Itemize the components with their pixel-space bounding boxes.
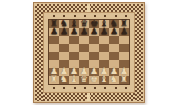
- inlay-dot: [74, 15, 76, 17]
- product-photo-chess-set: Overhead photo of a wooden folding chess…: [0, 0, 175, 105]
- piece-black-pawn: ♟: [90, 27, 98, 36]
- square-f6: [99, 36, 109, 44]
- piece-white-king: ♚: [90, 75, 98, 84]
- inlay-dot: [94, 15, 96, 17]
- hinge-seam-top: [87, 4, 90, 12]
- piece-white-rook: ♜: [120, 75, 128, 84]
- square-b7: ♟: [59, 28, 69, 36]
- square-c5: [69, 44, 79, 52]
- square-d5: [79, 44, 89, 52]
- square-f1: ♝: [99, 76, 109, 84]
- square-f5: [99, 44, 109, 52]
- chess-board: ♜♞♝♛♚♝♞♜♟♟♟♟♟♟♟♟♟♟♟♟♟♟♟♟♜♞♝♛♚♝♞♜: [48, 19, 130, 85]
- square-h6: [119, 36, 129, 44]
- square-e4: [89, 52, 99, 60]
- inlay-dot: [94, 87, 96, 89]
- piece-white-knight: ♞: [110, 75, 118, 84]
- square-e6: [89, 36, 99, 44]
- piece-black-pawn: ♟: [100, 27, 108, 36]
- square-c7: ♟: [69, 28, 79, 36]
- square-e1: ♚: [89, 76, 99, 84]
- piece-white-bishop: ♝: [100, 75, 108, 84]
- square-b6: [59, 36, 69, 44]
- square-b1: ♞: [59, 76, 69, 84]
- piece-black-pawn: ♟: [60, 27, 68, 36]
- square-d6: [79, 36, 89, 44]
- square-b5: [59, 44, 69, 52]
- square-h4: [119, 52, 129, 60]
- inlay-dot: [104, 87, 106, 89]
- chess-board-exterior: ♜♞♝♛♚♝♞♜♟♟♟♟♟♟♟♟♟♟♟♟♟♟♟♟♜♞♝♛♚♝♞♜: [33, 2, 145, 103]
- square-g7: ♟: [109, 28, 119, 36]
- inlay-dot: [104, 15, 106, 17]
- square-g1: ♞: [109, 76, 119, 84]
- square-c1: ♝: [69, 76, 79, 84]
- inlay-dot: [53, 87, 55, 89]
- square-h1: ♜: [119, 76, 129, 84]
- square-b4: [59, 52, 69, 60]
- piece-white-queen: ♛: [80, 75, 88, 84]
- inlay-dot: [53, 15, 55, 17]
- square-h5: [119, 44, 129, 52]
- inlay-dot: [63, 15, 65, 17]
- square-c4: [69, 52, 79, 60]
- square-g5: [109, 44, 119, 52]
- inlay-dot: [115, 87, 117, 89]
- square-e5: [89, 44, 99, 52]
- piece-white-bishop: ♝: [70, 75, 78, 84]
- inlay-dot: [63, 87, 65, 89]
- square-h7: ♟: [119, 28, 129, 36]
- square-a5: [49, 44, 59, 52]
- piece-white-rook: ♜: [50, 75, 58, 84]
- square-d4: [79, 52, 89, 60]
- mosaic-border-left: [35, 4, 43, 101]
- inlay-dot: [125, 15, 127, 17]
- square-a4: [49, 52, 59, 60]
- square-d7: ♟: [79, 28, 89, 36]
- inlay-dot: [74, 87, 76, 89]
- square-f7: ♟: [99, 28, 109, 36]
- mosaic-border-right: [135, 4, 143, 101]
- square-g4: [109, 52, 119, 60]
- inlay-dot: [84, 87, 86, 89]
- hinge-seam-bottom: [87, 93, 90, 101]
- square-a7: ♟: [49, 28, 59, 36]
- square-e7: ♟: [89, 28, 99, 36]
- inlay-dots-bottom: [49, 87, 131, 89]
- photo-caption: Overhead photo of a wooden folding chess…: [0, 0, 1, 1]
- inlay-dots-top: [49, 15, 131, 17]
- piece-black-pawn: ♟: [120, 27, 128, 36]
- piece-black-pawn: ♟: [70, 27, 78, 36]
- square-d1: ♛: [79, 76, 89, 84]
- piece-white-knight: ♞: [60, 75, 68, 84]
- inlay-dot: [125, 87, 127, 89]
- piece-black-pawn: ♟: [110, 27, 118, 36]
- piece-black-pawn: ♟: [80, 27, 88, 36]
- inlay-dot: [84, 15, 86, 17]
- inlay-dot: [115, 15, 117, 17]
- square-f4: [99, 52, 109, 60]
- piece-black-pawn: ♟: [50, 27, 58, 36]
- square-c6: [69, 36, 79, 44]
- square-a1: ♜: [49, 76, 59, 84]
- square-a6: [49, 36, 59, 44]
- square-g6: [109, 36, 119, 44]
